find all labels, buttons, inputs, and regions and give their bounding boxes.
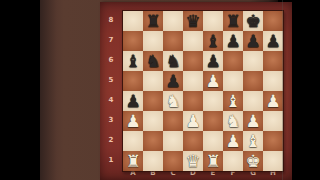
piece-white-bishop[interactable]: ♝ <box>243 130 263 151</box>
piece-white-pawn[interactable]: ♟ <box>263 90 283 111</box>
piece-black-pawn[interactable]: ♟ <box>163 70 183 91</box>
piece-white-knight[interactable]: ♞ <box>163 90 183 111</box>
square-g2[interactable]: ♝ <box>243 131 263 151</box>
square-c5[interactable]: ♟ <box>163 71 183 91</box>
square-e4[interactable] <box>203 91 223 111</box>
piece-black-bishop[interactable]: ♝ <box>203 30 223 51</box>
rank-label-4: 4 <box>100 90 122 110</box>
square-h3[interactable] <box>263 111 283 131</box>
piece-white-knight[interactable]: ♞ <box>223 110 243 131</box>
piece-black-pawn[interactable]: ♟ <box>123 90 143 111</box>
square-a1[interactable]: ♜ <box>123 151 143 171</box>
square-e5[interactable]: ♟ <box>203 71 223 91</box>
square-g8[interactable]: ♚ <box>243 11 263 31</box>
piece-white-bishop[interactable]: ♝ <box>223 90 243 111</box>
square-a6[interactable]: ♝ <box>123 51 143 71</box>
piece-white-pawn[interactable]: ♟ <box>243 110 263 131</box>
rank-label-1: 1 <box>100 150 122 170</box>
square-d8[interactable]: ♛ <box>183 11 203 31</box>
square-d4[interactable] <box>183 91 203 111</box>
square-e7[interactable]: ♝ <box>203 31 223 51</box>
board-photo-wood-table: 87654321 ABCDEFGH ♜♛♜♚♝♟♟♟♝♞♞♟♟♟♟♞♝♟♟♟♞♟… <box>40 0 278 180</box>
square-a4[interactable]: ♟ <box>123 91 143 111</box>
square-a3[interactable]: ♟ <box>123 111 143 131</box>
square-h5[interactable] <box>263 71 283 91</box>
table-edge-seam <box>282 0 283 180</box>
square-h8[interactable] <box>263 11 283 31</box>
rank-label-5: 5 <box>100 70 122 90</box>
square-c2[interactable] <box>163 131 183 151</box>
square-b5[interactable] <box>143 71 163 91</box>
piece-black-knight[interactable]: ♞ <box>163 50 183 71</box>
square-h4[interactable]: ♟ <box>263 91 283 111</box>
square-c7[interactable] <box>163 31 183 51</box>
chessboard: ♜♛♜♚♝♟♟♟♝♞♞♟♟♟♟♞♝♟♟♟♞♟♟♝♜♛♜♚ <box>122 10 284 172</box>
square-d1[interactable]: ♛ <box>183 151 203 171</box>
piece-black-pawn[interactable]: ♟ <box>223 30 243 51</box>
piece-black-knight[interactable]: ♞ <box>143 50 163 71</box>
square-c6[interactable]: ♞ <box>163 51 183 71</box>
square-h7[interactable]: ♟ <box>263 31 283 51</box>
square-d5[interactable] <box>183 71 203 91</box>
square-a7[interactable] <box>123 31 143 51</box>
square-b1[interactable] <box>143 151 163 171</box>
square-b6[interactable]: ♞ <box>143 51 163 71</box>
square-f5[interactable] <box>223 71 243 91</box>
square-f8[interactable]: ♜ <box>223 11 243 31</box>
piece-white-pawn[interactable]: ♟ <box>203 70 223 91</box>
square-d7[interactable] <box>183 31 203 51</box>
square-b4[interactable] <box>143 91 163 111</box>
piece-white-pawn[interactable]: ♟ <box>223 130 243 151</box>
square-h6[interactable] <box>263 51 283 71</box>
piece-white-pawn[interactable]: ♟ <box>183 110 203 131</box>
piece-black-rook[interactable]: ♜ <box>143 10 163 31</box>
square-h2[interactable] <box>263 131 283 151</box>
square-c4[interactable]: ♞ <box>163 91 183 111</box>
square-g5[interactable] <box>243 71 263 91</box>
square-e8[interactable] <box>203 11 223 31</box>
square-b8[interactable]: ♜ <box>143 11 163 31</box>
square-e6[interactable]: ♟ <box>203 51 223 71</box>
rank-label-6: 6 <box>100 50 122 70</box>
square-f4[interactable]: ♝ <box>223 91 243 111</box>
rank-label-3: 3 <box>100 110 122 130</box>
square-f6[interactable] <box>223 51 243 71</box>
piece-white-pawn[interactable]: ♟ <box>123 110 143 131</box>
rank-label-2: 2 <box>100 130 122 150</box>
piece-black-rook[interactable]: ♜ <box>223 10 243 31</box>
piece-black-pawn[interactable]: ♟ <box>263 30 283 51</box>
piece-black-pawn[interactable]: ♟ <box>203 50 223 71</box>
square-a8[interactable] <box>123 11 143 31</box>
square-g7[interactable]: ♟ <box>243 31 263 51</box>
piece-white-king[interactable]: ♚ <box>243 150 263 171</box>
square-e1[interactable]: ♜ <box>203 151 223 171</box>
piece-black-queen[interactable]: ♛ <box>183 10 203 31</box>
square-b2[interactable] <box>143 131 163 151</box>
square-f7[interactable]: ♟ <box>223 31 243 51</box>
square-g4[interactable] <box>243 91 263 111</box>
piece-white-rook[interactable]: ♜ <box>203 150 223 171</box>
square-g1[interactable]: ♚ <box>243 151 263 171</box>
square-f3[interactable]: ♞ <box>223 111 243 131</box>
square-c1[interactable] <box>163 151 183 171</box>
square-f2[interactable]: ♟ <box>223 131 243 151</box>
square-g3[interactable]: ♟ <box>243 111 263 131</box>
square-g6[interactable] <box>243 51 263 71</box>
square-c8[interactable] <box>163 11 183 31</box>
square-d6[interactable] <box>183 51 203 71</box>
square-b7[interactable] <box>143 31 163 51</box>
square-a2[interactable] <box>123 131 143 151</box>
square-a5[interactable] <box>123 71 143 91</box>
square-e2[interactable] <box>203 131 223 151</box>
square-d3[interactable]: ♟ <box>183 111 203 131</box>
piece-black-bishop[interactable]: ♝ <box>123 50 143 71</box>
square-f1[interactable] <box>223 151 243 171</box>
rank-label-8: 8 <box>100 10 122 30</box>
piece-white-rook[interactable]: ♜ <box>123 150 143 171</box>
piece-white-queen[interactable]: ♛ <box>183 150 203 171</box>
square-d2[interactable] <box>183 131 203 151</box>
square-c3[interactable] <box>163 111 183 131</box>
rank-label-7: 7 <box>100 30 122 50</box>
piece-black-king[interactable]: ♚ <box>243 10 263 31</box>
rank-labels: 87654321 <box>100 10 122 170</box>
piece-black-pawn[interactable]: ♟ <box>243 30 263 51</box>
square-e3[interactable] <box>203 111 223 131</box>
square-b3[interactable] <box>143 111 163 131</box>
square-h1[interactable] <box>263 151 283 171</box>
